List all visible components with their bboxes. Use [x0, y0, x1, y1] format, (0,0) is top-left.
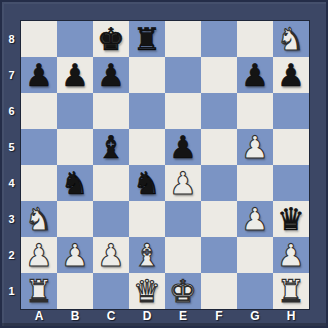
- square-g3[interactable]: ♟: [237, 201, 273, 237]
- square-c1[interactable]: [93, 273, 129, 309]
- square-d2[interactable]: ♝: [129, 237, 165, 273]
- piece-black-bishop[interactable]: ♝: [97, 132, 125, 163]
- square-d7[interactable]: [129, 57, 165, 93]
- file-label-e: E: [165, 307, 201, 324]
- square-c2[interactable]: ♟: [93, 237, 129, 273]
- square-g8[interactable]: [237, 21, 273, 57]
- square-f8[interactable]: [201, 21, 237, 57]
- piece-black-knight[interactable]: ♞: [133, 168, 161, 199]
- rank-label-7: 7: [2, 57, 21, 93]
- square-a7[interactable]: ♟: [21, 57, 57, 93]
- square-g5[interactable]: ♟: [237, 129, 273, 165]
- piece-black-pawn[interactable]: ♟: [277, 60, 305, 91]
- piece-white-rook[interactable]: ♜: [277, 276, 305, 307]
- piece-black-pawn[interactable]: ♟: [61, 60, 89, 91]
- square-h6[interactable]: [273, 93, 309, 129]
- square-g6[interactable]: [237, 93, 273, 129]
- square-f7[interactable]: [201, 57, 237, 93]
- square-d4[interactable]: ♞: [129, 165, 165, 201]
- square-c4[interactable]: [93, 165, 129, 201]
- square-g2[interactable]: [237, 237, 273, 273]
- rank-labels: 87654321: [2, 21, 21, 309]
- square-c6[interactable]: [93, 93, 129, 129]
- square-g1[interactable]: [237, 273, 273, 309]
- piece-white-queen[interactable]: ♛: [133, 276, 161, 307]
- square-e6[interactable]: [165, 93, 201, 129]
- piece-white-pawn[interactable]: ♟: [97, 240, 125, 271]
- square-b5[interactable]: [57, 129, 93, 165]
- rank-label-2: 2: [2, 237, 21, 273]
- square-b7[interactable]: ♟: [57, 57, 93, 93]
- square-b6[interactable]: [57, 93, 93, 129]
- square-d6[interactable]: [129, 93, 165, 129]
- square-d3[interactable]: [129, 201, 165, 237]
- square-b4[interactable]: ♞: [57, 165, 93, 201]
- square-a1[interactable]: ♜: [21, 273, 57, 309]
- file-label-g: G: [237, 307, 273, 324]
- file-labels: ABCDEFGH: [21, 307, 309, 324]
- piece-black-king[interactable]: ♚: [97, 24, 125, 55]
- file-label-f: F: [201, 307, 237, 324]
- piece-black-knight[interactable]: ♞: [61, 168, 89, 199]
- square-a8[interactable]: [21, 21, 57, 57]
- square-h2[interactable]: ♟: [273, 237, 309, 273]
- piece-white-pawn[interactable]: ♟: [277, 240, 305, 271]
- square-g4[interactable]: [237, 165, 273, 201]
- square-c8[interactable]: ♚: [93, 21, 129, 57]
- square-h8[interactable]: ♞: [273, 21, 309, 57]
- square-h5[interactable]: [273, 129, 309, 165]
- square-a6[interactable]: [21, 93, 57, 129]
- square-c3[interactable]: [93, 201, 129, 237]
- chess-board-frame: 87654321 ♚♜♞♟♟♟♟♟♝♟♟♞♞♟♞♟♛♟♟♟♝♟♜♛♚♜ ABCD…: [0, 0, 328, 328]
- square-e3[interactable]: [165, 201, 201, 237]
- file-label-h: H: [273, 307, 309, 324]
- rank-label-1: 1: [2, 273, 21, 309]
- square-a2[interactable]: ♟: [21, 237, 57, 273]
- square-a5[interactable]: [21, 129, 57, 165]
- piece-white-knight[interactable]: ♞: [25, 204, 53, 235]
- file-label-a: A: [21, 307, 57, 324]
- square-f5[interactable]: [201, 129, 237, 165]
- chess-board[interactable]: ♚♜♞♟♟♟♟♟♝♟♟♞♞♟♞♟♛♟♟♟♝♟♜♛♚♜: [21, 21, 309, 309]
- square-a3[interactable]: ♞: [21, 201, 57, 237]
- piece-black-pawn[interactable]: ♟: [25, 60, 53, 91]
- rank-label-4: 4: [2, 165, 21, 201]
- square-e4[interactable]: ♟: [165, 165, 201, 201]
- square-e1[interactable]: ♚: [165, 273, 201, 309]
- rank-label-3: 3: [2, 201, 21, 237]
- square-d5[interactable]: [129, 129, 165, 165]
- square-c5[interactable]: ♝: [93, 129, 129, 165]
- file-label-d: D: [129, 307, 165, 324]
- rank-label-6: 6: [2, 93, 21, 129]
- square-b1[interactable]: [57, 273, 93, 309]
- square-b2[interactable]: ♟: [57, 237, 93, 273]
- piece-white-pawn[interactable]: ♟: [61, 240, 89, 271]
- square-f2[interactable]: [201, 237, 237, 273]
- rank-label-5: 5: [2, 129, 21, 165]
- square-f6[interactable]: [201, 93, 237, 129]
- square-d1[interactable]: ♛: [129, 273, 165, 309]
- file-label-b: B: [57, 307, 93, 324]
- square-h4[interactable]: [273, 165, 309, 201]
- piece-white-pawn[interactable]: ♟: [169, 168, 197, 199]
- square-h3[interactable]: ♛: [273, 201, 309, 237]
- square-e5[interactable]: ♟: [165, 129, 201, 165]
- square-b8[interactable]: [57, 21, 93, 57]
- square-e7[interactable]: [165, 57, 201, 93]
- piece-black-pawn[interactable]: ♟: [97, 60, 125, 91]
- square-e2[interactable]: [165, 237, 201, 273]
- square-h7[interactable]: ♟: [273, 57, 309, 93]
- piece-white-pawn[interactable]: ♟: [241, 204, 269, 235]
- piece-white-pawn[interactable]: ♟: [241, 132, 269, 163]
- piece-black-queen[interactable]: ♛: [277, 204, 305, 235]
- square-b3[interactable]: [57, 201, 93, 237]
- piece-black-pawn[interactable]: ♟: [169, 132, 197, 163]
- square-f4[interactable]: [201, 165, 237, 201]
- rank-label-8: 8: [2, 21, 21, 57]
- square-f1[interactable]: [201, 273, 237, 309]
- square-e8[interactable]: [165, 21, 201, 57]
- piece-black-pawn[interactable]: ♟: [241, 60, 269, 91]
- square-f3[interactable]: [201, 201, 237, 237]
- square-g7[interactable]: ♟: [237, 57, 273, 93]
- file-label-c: C: [93, 307, 129, 324]
- square-d8[interactable]: ♜: [129, 21, 165, 57]
- square-h1[interactable]: ♜: [273, 273, 309, 309]
- piece-white-knight[interactable]: ♞: [277, 24, 305, 55]
- square-c7[interactable]: ♟: [93, 57, 129, 93]
- piece-white-king[interactable]: ♚: [169, 276, 197, 307]
- piece-white-bishop[interactable]: ♝: [133, 240, 161, 271]
- piece-white-pawn[interactable]: ♟: [25, 240, 53, 271]
- piece-black-rook[interactable]: ♜: [133, 24, 161, 55]
- piece-white-rook[interactable]: ♜: [25, 276, 53, 307]
- square-a4[interactable]: [21, 165, 57, 201]
